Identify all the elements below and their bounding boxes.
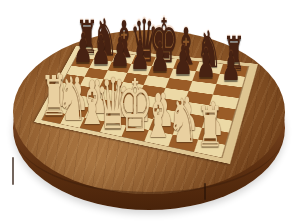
chess-set-photo: ♜♞♝♛♚♝♞♜♟♟♟♟♟♟♟♟♟♟♟♟♟♟♟♟♜♞♝♛♚♝♞♜ <box>0 0 300 222</box>
drawer-notch-left <box>12 157 14 185</box>
drawer-notch-right <box>204 183 206 200</box>
